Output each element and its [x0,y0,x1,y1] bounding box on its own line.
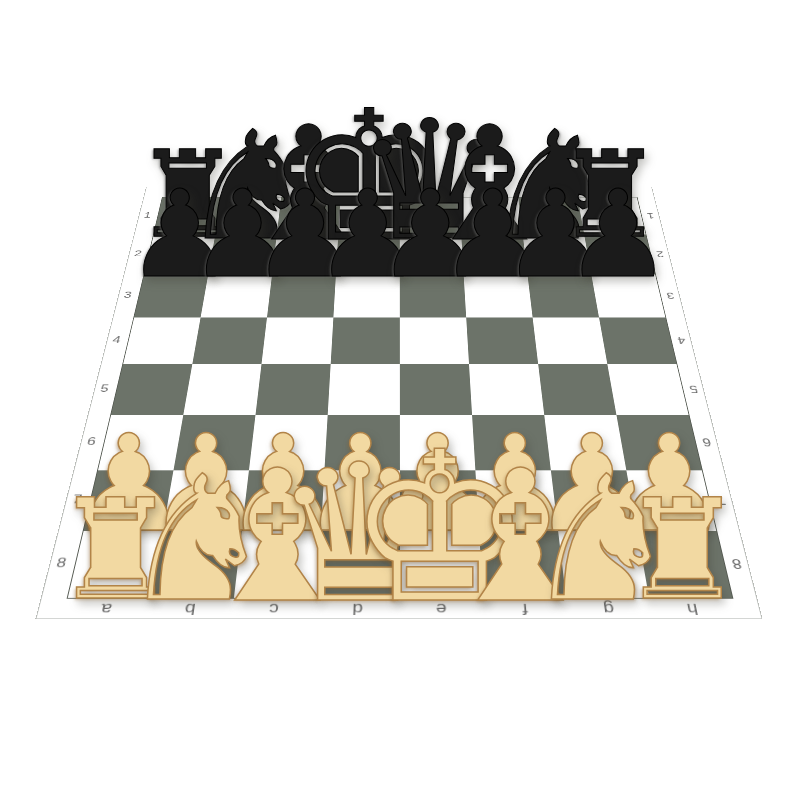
rank-label-left-5: 5 [94,382,116,394]
rank-label-right-4: 4 [671,334,692,345]
square-c4[interactable] [261,317,333,364]
white-rook-h8[interactable]: ♜ [620,481,744,619]
square-f4[interactable] [466,317,538,364]
square-e4[interactable] [400,317,469,364]
square-b4[interactable] [192,317,267,364]
chess-product-photo: 1122334455667788abcdefgh ♜♞♝♚♛♝♞♜♟♟♟♟♟♟♟… [0,0,798,800]
square-a4[interactable] [123,317,200,364]
rank-label-right-5: 5 [683,382,705,394]
rank-label-left-4: 4 [106,334,127,345]
white-rook-glyph: ♜ [620,481,744,619]
square-h4[interactable] [599,317,677,364]
black-pawn-glyph: ♟ [564,174,672,295]
black-pawn-h2[interactable]: ♟ [564,174,672,295]
square-g4[interactable] [533,317,608,364]
square-d4[interactable] [331,317,400,364]
